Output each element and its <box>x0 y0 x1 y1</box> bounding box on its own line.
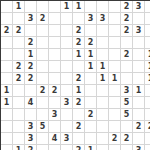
cell-r12c9[interactable] <box>109 145 120 150</box>
cell-r0c11-clue-3[interactable]: 3 <box>133 1 144 12</box>
cell-r3c11[interactable] <box>133 37 144 48</box>
cell-r8c5-clue-3[interactable]: 3 <box>61 97 72 108</box>
cell-r8c6-clue-2[interactable]: 2 <box>73 97 84 108</box>
cell-r8c9[interactable] <box>109 97 120 108</box>
cell-r10c11-clue-2[interactable]: 2 <box>133 121 144 132</box>
cell-r6c5[interactable] <box>61 73 72 84</box>
cell-r10c10[interactable] <box>121 121 132 132</box>
cell-r8c11[interactable] <box>133 97 144 108</box>
puzzle-grid: 1112332332222232221112122111222111122131… <box>1 1 150 150</box>
cell-r0c2[interactable] <box>25 1 36 12</box>
cell-r12c12[interactable] <box>145 145 150 150</box>
cell-r5c4[interactable] <box>49 61 60 72</box>
cell-r5c6[interactable] <box>73 61 84 72</box>
cell-r9c7-clue-2[interactable]: 2 <box>85 109 96 120</box>
cell-r2c4[interactable] <box>49 25 60 36</box>
cell-r6c3[interactable] <box>37 73 48 84</box>
cell-r0c0[interactable] <box>1 1 12 12</box>
cell-r4c0[interactable] <box>1 49 12 60</box>
cell-r10c2-clue-3[interactable]: 3 <box>25 121 36 132</box>
cell-r9c1[interactable] <box>13 109 24 120</box>
cell-r4c12-clue-1[interactable]: 1 <box>145 49 150 60</box>
cell-r5c8-clue-1[interactable]: 1 <box>97 61 108 72</box>
cell-r7c9[interactable] <box>109 85 120 96</box>
cell-r0c9[interactable] <box>109 1 120 12</box>
cell-r6c7[interactable] <box>85 73 96 84</box>
cell-r2c9[interactable] <box>109 25 120 36</box>
cell-r11c0[interactable] <box>1 133 12 144</box>
cell-r9c4-clue-3[interactable]: 3 <box>49 109 60 120</box>
cell-r11c11[interactable] <box>133 133 144 144</box>
cell-r6c4[interactable] <box>49 73 60 84</box>
cell-r12c7-clue-1[interactable]: 1 <box>85 145 96 150</box>
cell-r11c3[interactable] <box>37 133 48 144</box>
cell-r7c10-clue-3[interactable]: 3 <box>121 85 132 96</box>
cell-r5c12-clue-1[interactable]: 1 <box>145 61 150 72</box>
cell-r4c1[interactable] <box>13 49 24 60</box>
cell-r5c1-clue-2[interactable]: 2 <box>13 61 24 72</box>
cell-r3c0[interactable] <box>1 37 12 48</box>
cell-r9c6[interactable] <box>73 109 84 120</box>
cell-r7c12[interactable] <box>145 85 150 96</box>
cell-r10c4[interactable] <box>49 121 60 132</box>
cell-r10c0[interactable] <box>1 121 12 132</box>
cell-r5c11[interactable] <box>133 61 144 72</box>
cell-r4c4[interactable] <box>49 49 60 60</box>
cell-r4c2-clue-1[interactable]: 1 <box>25 49 36 60</box>
cell-r3c5[interactable] <box>61 37 72 48</box>
cell-r1c1[interactable] <box>13 13 24 24</box>
cell-r3c8[interactable] <box>97 37 108 48</box>
cell-r9c0[interactable] <box>1 109 12 120</box>
cell-r1c8-clue-3[interactable]: 3 <box>97 13 108 24</box>
cell-r5c2-clue-2[interactable]: 2 <box>25 61 36 72</box>
cell-r6c9-clue-1[interactable]: 1 <box>109 73 120 84</box>
cell-r3c3[interactable] <box>37 37 48 48</box>
cell-r1c3-clue-2[interactable]: 2 <box>37 13 48 24</box>
cell-r2c7[interactable] <box>85 25 96 36</box>
cell-r7c2[interactable] <box>25 85 36 96</box>
cell-r6c11[interactable] <box>133 73 144 84</box>
cell-r8c12[interactable] <box>145 97 150 108</box>
cell-r9c11[interactable] <box>133 109 144 120</box>
cell-r0c6-clue-1[interactable]: 1 <box>73 1 84 12</box>
cell-r7c0-clue-1[interactable]: 1 <box>1 85 12 96</box>
cell-r0c1-clue-1[interactable]: 1 <box>13 1 24 12</box>
cell-r12c0[interactable] <box>1 145 12 150</box>
cell-r3c1[interactable] <box>13 37 24 48</box>
cell-r4c8[interactable] <box>97 49 108 60</box>
cell-r3c6-clue-2[interactable]: 2 <box>73 37 84 48</box>
cell-r3c7-clue-2[interactable]: 2 <box>85 37 96 48</box>
cell-r11c6[interactable] <box>73 133 84 144</box>
cell-r4c7-clue-1[interactable]: 1 <box>85 49 96 60</box>
cell-r3c12[interactable] <box>145 37 150 48</box>
cell-r5c9[interactable] <box>109 61 120 72</box>
cell-r5c0[interactable] <box>1 61 12 72</box>
cell-r6c8-clue-1[interactable]: 1 <box>97 73 108 84</box>
cell-r6c10[interactable] <box>121 73 132 84</box>
cell-r4c10-clue-2[interactable]: 2 <box>121 49 132 60</box>
cell-r9c8[interactable] <box>97 109 108 120</box>
cell-r7c6-clue-1[interactable]: 1 <box>73 85 84 96</box>
cell-r12c4[interactable] <box>49 145 60 150</box>
cell-r7c1[interactable] <box>13 85 24 96</box>
cell-r4c9[interactable] <box>109 49 120 60</box>
cell-r3c9[interactable] <box>109 37 120 48</box>
cell-r0c7[interactable] <box>85 1 96 12</box>
cell-r0c10-clue-2[interactable]: 2 <box>121 1 132 12</box>
cell-r6c6-clue-2[interactable]: 2 <box>73 73 84 84</box>
cell-r4c11[interactable] <box>133 49 144 60</box>
cell-r11c2-clue-3[interactable]: 3 <box>25 133 36 144</box>
cell-r7c5[interactable] <box>61 85 72 96</box>
cell-r12c11-clue-3[interactable]: 3 <box>133 145 144 150</box>
cell-r10c7[interactable] <box>85 121 96 132</box>
cell-r12c2-clue-2[interactable]: 2 <box>25 145 36 150</box>
cell-r8c3[interactable] <box>37 97 48 108</box>
cell-r2c0-clue-2[interactable]: 2 <box>1 25 12 36</box>
cell-r10c1[interactable] <box>13 121 24 132</box>
cell-r1c5[interactable] <box>61 13 72 24</box>
cell-r7c4-clue-2[interactable]: 2 <box>49 85 60 96</box>
cell-r10c9[interactable] <box>109 121 120 132</box>
cell-r5c3[interactable] <box>37 61 48 72</box>
cell-r9c3[interactable] <box>37 109 48 120</box>
cell-r2c12[interactable] <box>145 25 150 36</box>
cell-r7c11-clue-1[interactable]: 1 <box>133 85 144 96</box>
cell-r6c2-clue-2[interactable]: 2 <box>25 73 36 84</box>
cell-r12c10[interactable] <box>121 145 132 150</box>
cell-r9c10-clue-5[interactable]: 5 <box>121 109 132 120</box>
cell-r7c8[interactable] <box>97 85 108 96</box>
cell-r11c5-clue-3[interactable]: 3 <box>61 133 72 144</box>
cell-r3c10[interactable] <box>121 37 132 48</box>
cell-r1c2-clue-3[interactable]: 3 <box>25 13 36 24</box>
cell-r1c9[interactable] <box>109 13 120 24</box>
cell-r10c3-clue-5[interactable]: 5 <box>37 121 48 132</box>
cell-r7c7[interactable] <box>85 85 96 96</box>
cell-r10c6-clue-2[interactable]: 2 <box>73 121 84 132</box>
cell-r2c3[interactable] <box>37 25 48 36</box>
cell-r8c2-clue-4[interactable]: 4 <box>25 97 36 108</box>
cell-r12c3[interactable] <box>37 145 48 150</box>
cell-r6c1-clue-2[interactable]: 2 <box>13 73 24 84</box>
cell-r11c9-clue-2[interactable]: 2 <box>109 133 120 144</box>
cell-r9c2[interactable] <box>25 109 36 120</box>
cell-r8c10-clue-5[interactable]: 5 <box>121 97 132 108</box>
cell-r11c10-clue-2[interactable]: 2 <box>121 133 132 144</box>
cell-r4c5[interactable] <box>61 49 72 60</box>
cell-r1c7-clue-3[interactable]: 3 <box>85 13 96 24</box>
cell-r5c7-clue-1[interactable]: 1 <box>85 61 96 72</box>
cell-r3c2-clue-2[interactable]: 2 <box>25 37 36 48</box>
cell-r12c5[interactable] <box>61 145 72 150</box>
cell-r7c3-clue-2[interactable]: 2 <box>37 85 48 96</box>
cell-r0c4[interactable] <box>49 1 60 12</box>
cell-r11c12[interactable] <box>145 133 150 144</box>
cell-r1c12[interactable] <box>145 13 150 24</box>
cell-r8c4[interactable] <box>49 97 60 108</box>
cell-r11c1[interactable] <box>13 133 24 144</box>
cell-r0c12[interactable] <box>145 1 150 12</box>
cell-r9c9[interactable] <box>109 109 120 120</box>
cell-r12c6-clue-2[interactable]: 2 <box>73 145 84 150</box>
cell-r10c12-clue-2[interactable]: 2 <box>145 121 150 132</box>
cell-r12c8[interactable] <box>97 145 108 150</box>
cell-r9c5[interactable] <box>61 109 72 120</box>
cell-r0c5-clue-1[interactable]: 1 <box>61 1 72 12</box>
cell-r0c3[interactable] <box>37 1 48 12</box>
cell-r3c4[interactable] <box>49 37 60 48</box>
cell-r1c0[interactable] <box>1 13 12 24</box>
cell-r0c8[interactable] <box>97 1 108 12</box>
cell-r5c5[interactable] <box>61 61 72 72</box>
cell-r2c6-clue-2[interactable]: 2 <box>73 25 84 36</box>
cell-r12c1-clue-1[interactable]: 1 <box>13 145 24 150</box>
cell-r8c1[interactable] <box>13 97 24 108</box>
cell-r2c11-clue-3[interactable]: 3 <box>133 25 144 36</box>
cell-r9c12[interactable] <box>145 109 150 120</box>
cell-r11c7[interactable] <box>85 133 96 144</box>
cell-r5c10[interactable] <box>121 61 132 72</box>
cell-r8c0-clue-1[interactable]: 1 <box>1 97 12 108</box>
cell-r2c2[interactable] <box>25 25 36 36</box>
cell-r11c4-clue-4[interactable]: 4 <box>49 133 60 144</box>
cell-r1c4[interactable] <box>49 13 60 24</box>
cell-r10c8[interactable] <box>97 121 108 132</box>
cell-r1c6[interactable] <box>73 13 84 24</box>
cell-r8c8[interactable] <box>97 97 108 108</box>
cell-r2c10-clue-2[interactable]: 2 <box>121 25 132 36</box>
cell-r4c6-clue-1[interactable]: 1 <box>73 49 84 60</box>
cell-r1c11[interactable] <box>133 13 144 24</box>
puzzle-board: 1112332332222232221112122111222111122131… <box>0 0 150 150</box>
cell-r8c7[interactable] <box>85 97 96 108</box>
cell-r4c3[interactable] <box>37 49 48 60</box>
cell-r2c8[interactable] <box>97 25 108 36</box>
cell-r11c8[interactable] <box>97 133 108 144</box>
cell-r2c5[interactable] <box>61 25 72 36</box>
cell-r2c1-clue-2[interactable]: 2 <box>13 25 24 36</box>
cell-r6c12-clue-1[interactable]: 1 <box>145 73 150 84</box>
cell-r1c10-clue-2[interactable]: 2 <box>121 13 132 24</box>
cell-r10c5[interactable] <box>61 121 72 132</box>
cell-r6c0[interactable] <box>1 73 12 84</box>
